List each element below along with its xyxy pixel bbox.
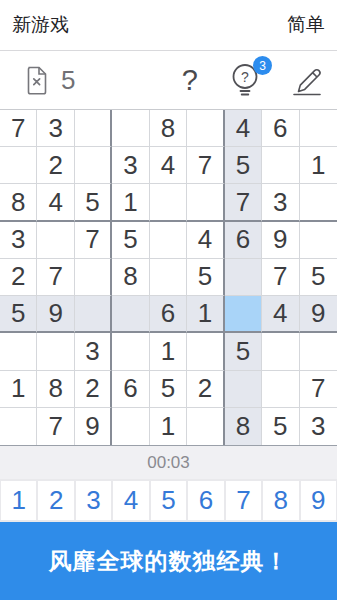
numpad-key-1[interactable]: 1 xyxy=(1,481,36,520)
cell-r6c8[interactable]: 4 xyxy=(262,296,299,333)
cell-r3c6[interactable] xyxy=(187,184,224,221)
timer-value: 00:03 xyxy=(147,453,190,473)
cell-r9c2[interactable]: 7 xyxy=(37,408,74,445)
numpad-key-5[interactable]: 5 xyxy=(151,481,186,520)
cell-r3c5[interactable] xyxy=(150,184,187,221)
mistakes-counter: 5 xyxy=(24,65,75,96)
cell-r5c8[interactable]: 7 xyxy=(262,259,299,296)
cell-r4c3[interactable]: 7 xyxy=(75,222,112,259)
question-mark-icon: ? xyxy=(182,64,198,96)
cell-r3c2[interactable]: 4 xyxy=(37,184,74,221)
numpad-key-6[interactable]: 6 xyxy=(188,481,223,520)
cell-r4c8[interactable]: 9 xyxy=(262,222,299,259)
cell-r4c9[interactable] xyxy=(300,222,337,259)
cell-r3c4[interactable]: 1 xyxy=(112,184,149,221)
cell-r1c2[interactable]: 3 xyxy=(37,110,74,147)
cell-r9c7[interactable]: 8 xyxy=(225,408,262,445)
numpad-key-9[interactable]: 9 xyxy=(301,481,336,520)
cell-r2c2[interactable]: 2 xyxy=(37,147,74,184)
cell-r2c6[interactable]: 7 xyxy=(187,147,224,184)
cell-r4c5[interactable] xyxy=(150,222,187,259)
cell-r3c1[interactable]: 8 xyxy=(0,184,37,221)
cell-r8c5[interactable]: 5 xyxy=(150,371,187,408)
nav-bar: 新游戏 简单 xyxy=(0,0,337,51)
cell-r4c6[interactable]: 4 xyxy=(187,222,224,259)
cell-r1c6[interactable] xyxy=(187,110,224,147)
numpad-key-3[interactable]: 3 xyxy=(76,481,111,520)
cell-r9c9[interactable]: 3 xyxy=(300,408,337,445)
cell-r2c9[interactable]: 1 xyxy=(300,147,337,184)
new-game-button[interactable]: 新游戏 xyxy=(12,12,69,38)
cell-r7c8[interactable] xyxy=(262,333,299,370)
numpad-key-7[interactable]: 7 xyxy=(226,481,261,520)
help-button[interactable]: ? xyxy=(180,66,200,95)
cell-r6c7[interactable] xyxy=(225,296,262,333)
cell-r8c2[interactable]: 8 xyxy=(37,371,74,408)
cell-r9c8[interactable]: 5 xyxy=(262,408,299,445)
sudoku-board: 7384623475184517337546927857559614931518… xyxy=(0,109,337,446)
cell-r8c9[interactable]: 7 xyxy=(300,371,337,408)
cell-r6c6[interactable]: 1 xyxy=(187,296,224,333)
cell-r5c2[interactable]: 7 xyxy=(37,259,74,296)
cell-r2c5[interactable]: 4 xyxy=(150,147,187,184)
cell-r9c4[interactable] xyxy=(112,408,149,445)
cell-r2c4[interactable]: 3 xyxy=(112,147,149,184)
cell-r3c7[interactable]: 7 xyxy=(225,184,262,221)
cell-r1c7[interactable]: 4 xyxy=(225,110,262,147)
cell-r9c3[interactable]: 9 xyxy=(75,408,112,445)
cell-r9c5[interactable]: 1 xyxy=(150,408,187,445)
difficulty-label[interactable]: 简单 xyxy=(287,12,325,38)
cell-r6c2[interactable]: 9 xyxy=(37,296,74,333)
numpad: 123456789 xyxy=(0,479,337,522)
cell-r7c1[interactable] xyxy=(0,333,37,370)
mistakes-count: 5 xyxy=(61,65,75,96)
cell-r6c5[interactable]: 6 xyxy=(150,296,187,333)
cell-r5c3[interactable] xyxy=(75,259,112,296)
cell-r5c9[interactable]: 5 xyxy=(300,259,337,296)
cell-r8c3[interactable]: 2 xyxy=(75,371,112,408)
cell-r3c3[interactable]: 5 xyxy=(75,184,112,221)
cell-r7c4[interactable] xyxy=(112,333,149,370)
cell-r9c6[interactable] xyxy=(187,408,224,445)
numpad-key-4[interactable]: 4 xyxy=(113,481,148,520)
promo-banner-text: 风靡全球的数独经典！ xyxy=(49,546,289,577)
cell-r1c3[interactable] xyxy=(75,110,112,147)
hint-button[interactable]: ? 3 xyxy=(225,60,265,100)
cell-r8c4[interactable]: 6 xyxy=(112,371,149,408)
svg-text:?: ? xyxy=(241,69,249,85)
cell-r5c6[interactable]: 5 xyxy=(187,259,224,296)
cell-r7c7[interactable]: 5 xyxy=(225,333,262,370)
hints-count-badge: 3 xyxy=(253,56,272,75)
cell-r6c4[interactable] xyxy=(112,296,149,333)
cell-r2c1[interactable] xyxy=(0,147,37,184)
cell-r4c4[interactable]: 5 xyxy=(112,222,149,259)
cell-r6c3[interactable] xyxy=(75,296,112,333)
cell-r2c3[interactable] xyxy=(75,147,112,184)
cell-r8c1[interactable]: 1 xyxy=(0,371,37,408)
cell-r4c7[interactable]: 6 xyxy=(225,222,262,259)
cell-r6c1[interactable]: 5 xyxy=(0,296,37,333)
cell-r6c9[interactable]: 9 xyxy=(300,296,337,333)
cell-r7c2[interactable] xyxy=(37,333,74,370)
cell-r3c9[interactable] xyxy=(300,184,337,221)
cell-r7c6[interactable] xyxy=(187,333,224,370)
cell-r4c1[interactable]: 3 xyxy=(0,222,37,259)
timer-bar: 00:03 xyxy=(0,446,337,479)
cell-r5c5[interactable] xyxy=(150,259,187,296)
cell-r1c8[interactable]: 6 xyxy=(262,110,299,147)
cell-r2c8[interactable] xyxy=(262,147,299,184)
cell-r5c1[interactable]: 2 xyxy=(0,259,37,296)
pencil-icon xyxy=(290,63,324,97)
cell-r8c6[interactable]: 2 xyxy=(187,371,224,408)
cell-r3c8[interactable]: 3 xyxy=(262,184,299,221)
cell-r1c1[interactable]: 7 xyxy=(0,110,37,147)
cell-r1c9[interactable] xyxy=(300,110,337,147)
cell-r2c7[interactable]: 5 xyxy=(225,147,262,184)
toolbar: 5 ? ? 3 xyxy=(0,51,337,109)
promo-banner: 风靡全球的数独经典！ xyxy=(0,522,337,600)
cell-r9c1[interactable] xyxy=(0,408,37,445)
notes-button[interactable] xyxy=(290,63,324,97)
cell-r7c5[interactable]: 1 xyxy=(150,333,187,370)
cell-r7c3[interactable]: 3 xyxy=(75,333,112,370)
numpad-key-8[interactable]: 8 xyxy=(263,481,298,520)
cell-r7c9[interactable] xyxy=(300,333,337,370)
numpad-key-2[interactable]: 2 xyxy=(38,481,73,520)
cell-r1c5[interactable]: 8 xyxy=(150,110,187,147)
cell-r5c7[interactable] xyxy=(225,259,262,296)
mistakes-icon xyxy=(24,65,50,95)
cell-r1c4[interactable] xyxy=(112,110,149,147)
cell-r8c7[interactable] xyxy=(225,371,262,408)
cell-r5c4[interactable]: 8 xyxy=(112,259,149,296)
cell-r4c2[interactable] xyxy=(37,222,74,259)
cell-r8c8[interactable] xyxy=(262,371,299,408)
